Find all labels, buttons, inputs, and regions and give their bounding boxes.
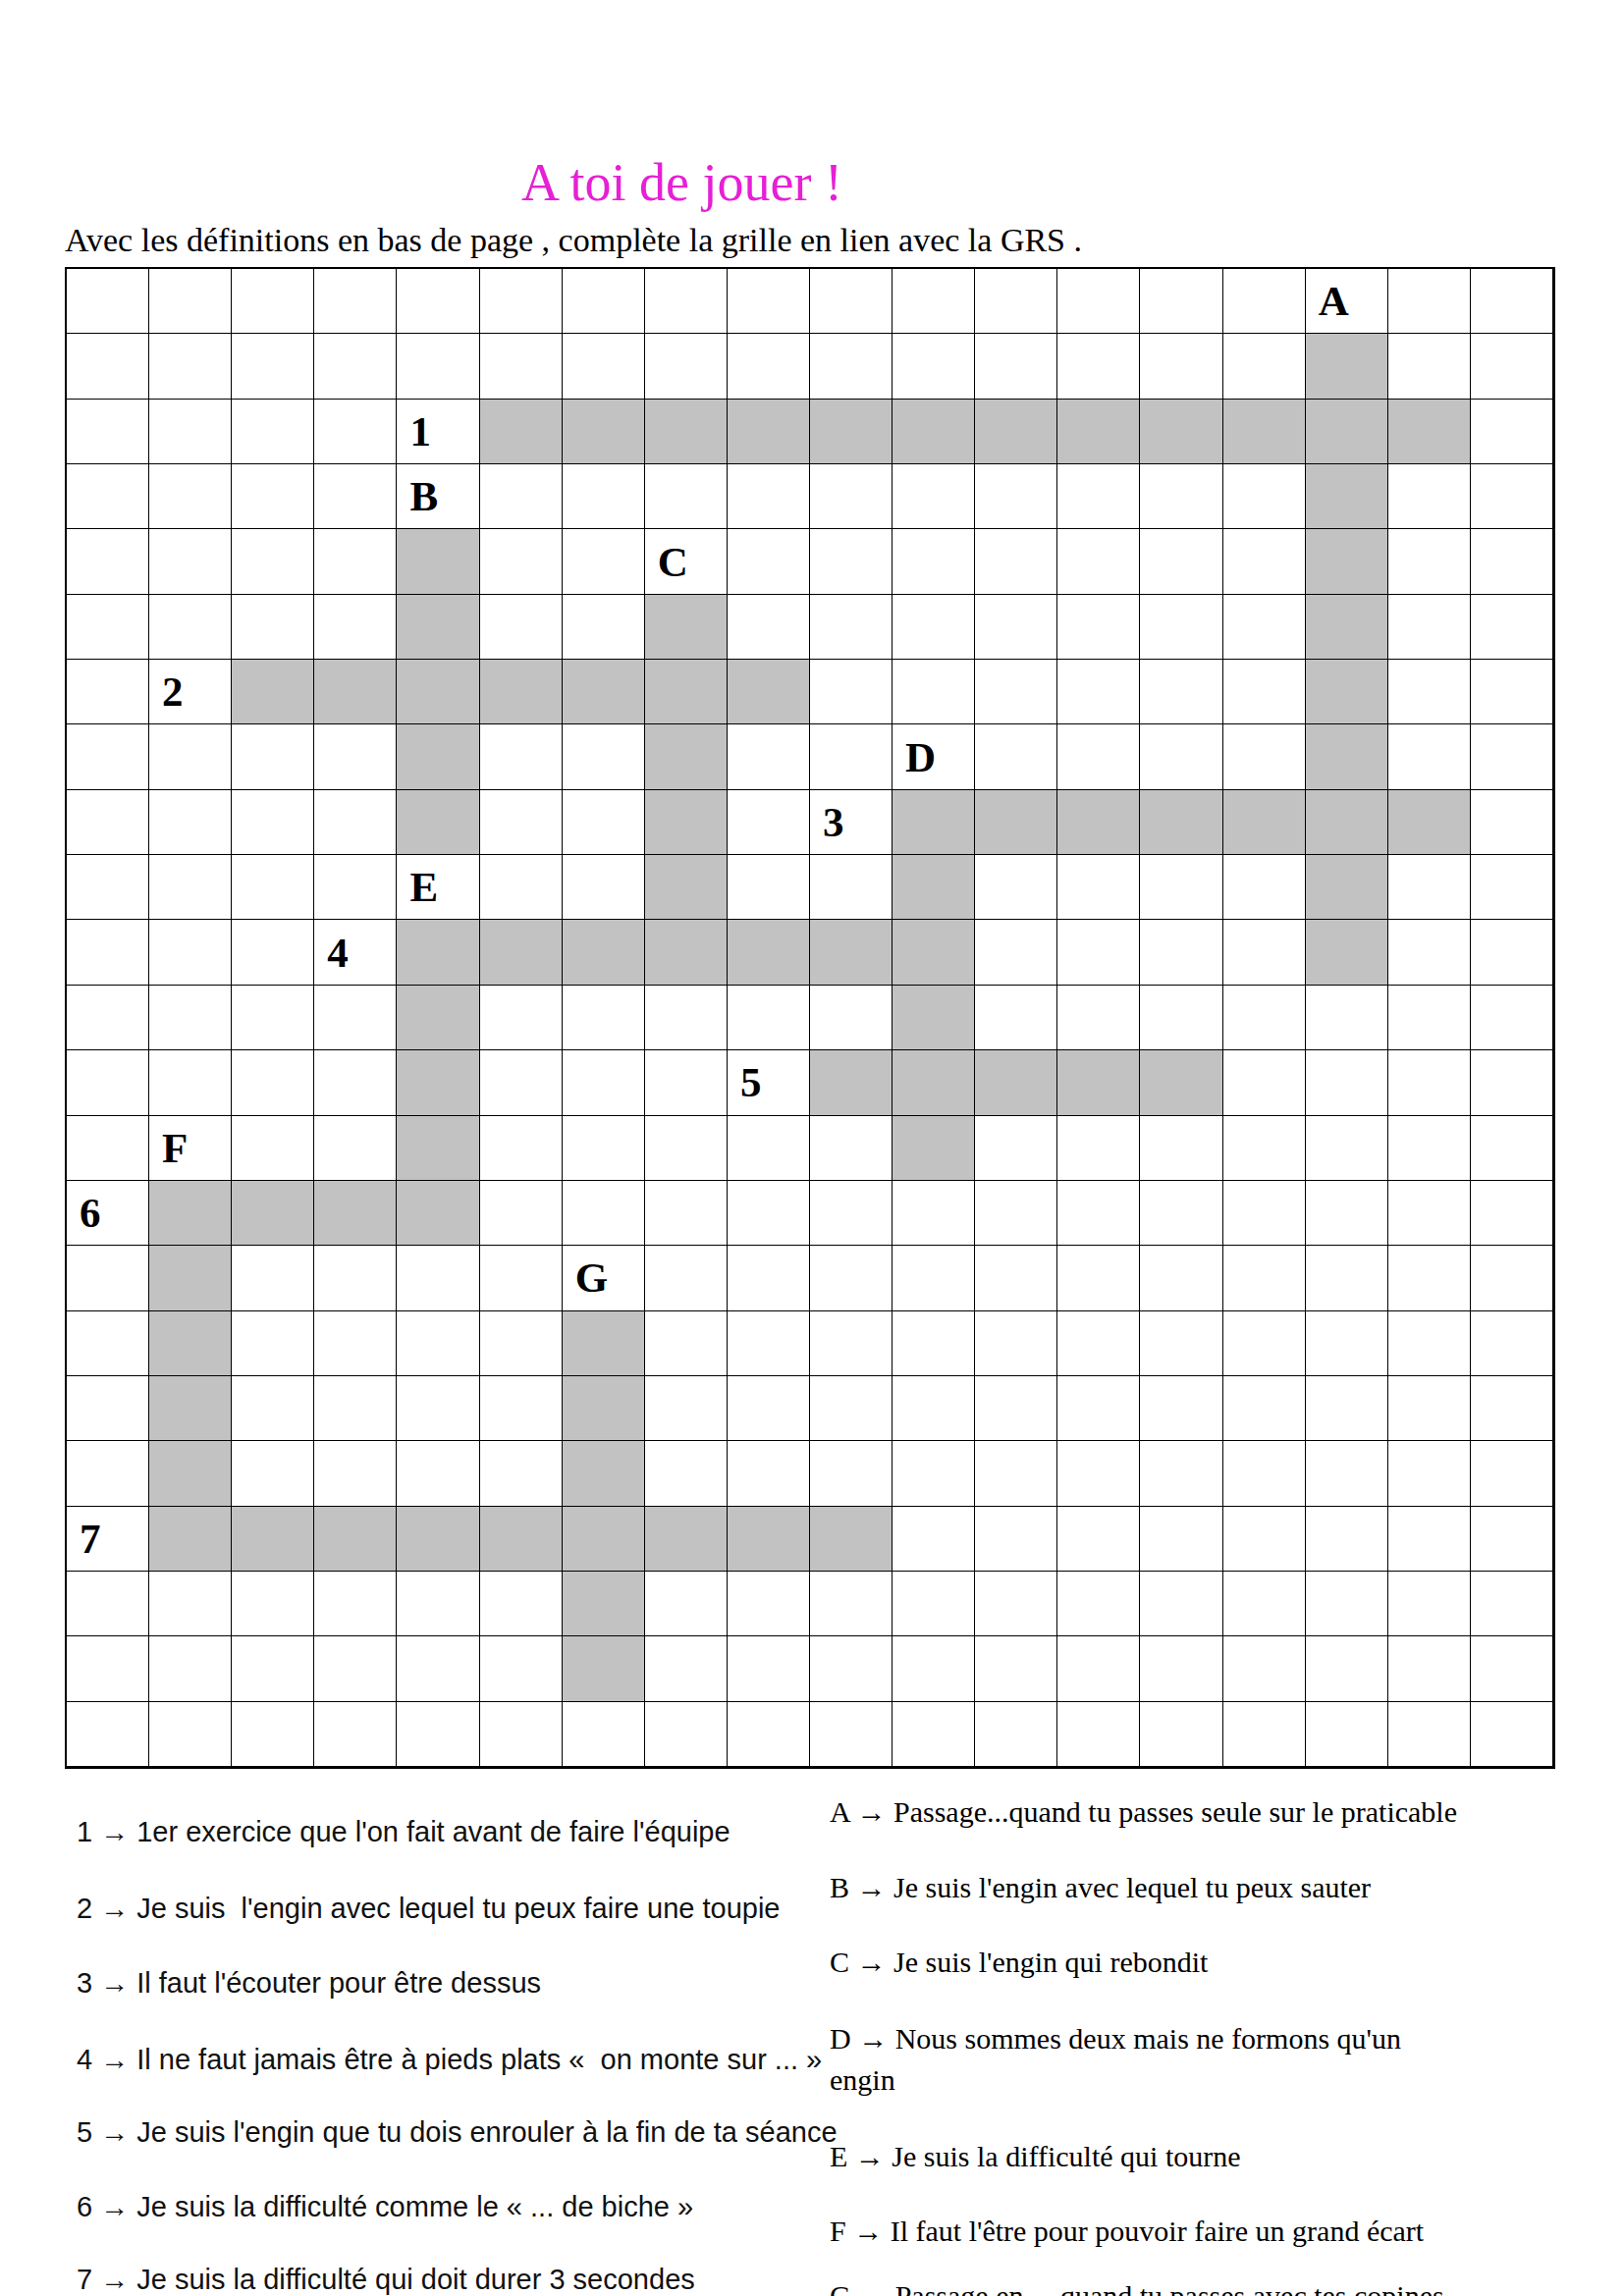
grid-cell-r19c12: [1057, 1507, 1140, 1572]
answer-cell-r14c1[interactable]: [149, 1181, 232, 1246]
grid-cell-r14c14: [1223, 1181, 1306, 1246]
answer-cell-r6c3[interactable]: [314, 660, 397, 724]
grid-cell-r11c9: [810, 986, 893, 1050]
clue-label-cell-D: D: [893, 724, 975, 789]
grid-cell-r3c7: [645, 464, 728, 529]
grid-cell-r1c13: [1140, 334, 1222, 399]
grid-cell-r9c5: [480, 855, 563, 920]
clue-label-cell-C: C: [645, 529, 728, 594]
answer-cell-r8c12[interactable]: [1057, 790, 1140, 855]
answer-cell-r2c16[interactable]: [1388, 400, 1471, 464]
grid-cell-r20c9: [810, 1572, 893, 1636]
page-title: A toi de jouer !: [521, 152, 842, 213]
grid-cell-r1c7: [645, 334, 728, 399]
grid-cell-r13c7: [645, 1116, 728, 1181]
grid-cell-r15c10: [893, 1246, 975, 1310]
grid-cell-r16c12: [1057, 1311, 1140, 1376]
answer-cell-r2c15[interactable]: [1306, 400, 1388, 464]
grid-cell-r15c4: [397, 1246, 479, 1310]
grid-cell-r22c9: [810, 1702, 893, 1767]
answer-cell-r12c13[interactable]: [1140, 1050, 1222, 1115]
down-clue-A: A → Passage...quand tu passes seule sur …: [830, 1791, 1457, 1833]
grid-cell-r3c8: [728, 464, 810, 529]
grid-cell-r16c11: [975, 1311, 1057, 1376]
grid-cell-r21c17: [1471, 1636, 1553, 1701]
grid-cell-r9c0: [67, 855, 149, 920]
clue-label-G: G: [563, 1256, 608, 1299]
grid-cell-r16c16: [1388, 1311, 1471, 1376]
grid-cell-r5c3: [314, 595, 397, 660]
grid-cell-r4c10: [893, 529, 975, 594]
grid-cell-r17c0: [67, 1376, 149, 1441]
grid-cell-r17c5: [480, 1376, 563, 1441]
answer-cell-r2c10[interactable]: [893, 400, 975, 464]
grid-cell-r18c0: [67, 1441, 149, 1506]
grid-cell-r13c9: [810, 1116, 893, 1181]
grid-cell-r0c13: [1140, 269, 1222, 334]
grid-cell-r10c11: [975, 920, 1057, 985]
grid-cell-r18c4: [397, 1441, 479, 1506]
answer-cell-r8c4[interactable]: [397, 790, 479, 855]
grid-cell-r9c2: [232, 855, 314, 920]
answer-cell-r7c7[interactable]: [645, 724, 728, 789]
grid-cell-r10c16: [1388, 920, 1471, 985]
answer-cell-r2c11[interactable]: [975, 400, 1057, 464]
answer-cell-r6c6[interactable]: [563, 660, 645, 724]
answer-cell-r8c15[interactable]: [1306, 790, 1388, 855]
grid-cell-r11c12: [1057, 986, 1140, 1050]
answer-cell-r6c5[interactable]: [480, 660, 563, 724]
instructions: Avec les définitions en bas de page , co…: [65, 222, 1082, 259]
grid-cell-r19c17: [1471, 1507, 1553, 1572]
grid-cell-r13c5: [480, 1116, 563, 1181]
grid-cell-r9c13: [1140, 855, 1222, 920]
answer-cell-r10c10[interactable]: [893, 920, 975, 985]
clue-label-1: 1: [397, 410, 431, 453]
grid-cell-r12c6: [563, 1050, 645, 1115]
grid-cell-r22c17: [1471, 1702, 1553, 1767]
grid-cell-r0c8: [728, 269, 810, 334]
answer-cell-r18c6[interactable]: [563, 1441, 645, 1506]
answer-cell-r2c13[interactable]: [1140, 400, 1222, 464]
grid-cell-r0c10: [893, 269, 975, 334]
answer-cell-r10c5[interactable]: [480, 920, 563, 985]
grid-cell-r8c2: [232, 790, 314, 855]
answer-cell-r2c14[interactable]: [1223, 400, 1306, 464]
answer-cell-r13c10[interactable]: [893, 1116, 975, 1181]
grid-cell-r0c11: [975, 269, 1057, 334]
grid-cell-r21c5: [480, 1636, 563, 1701]
answer-cell-r14c3[interactable]: [314, 1181, 397, 1246]
grid-cell-r0c7: [645, 269, 728, 334]
answer-cell-r11c10[interactable]: [893, 986, 975, 1050]
grid-cell-r3c14: [1223, 464, 1306, 529]
grid-cell-r5c10: [893, 595, 975, 660]
grid-cell-r12c16: [1388, 1050, 1471, 1115]
grid-cell-r6c17: [1471, 660, 1553, 724]
answer-cell-r14c2[interactable]: [232, 1181, 314, 1246]
grid-cell-r5c16: [1388, 595, 1471, 660]
across-clue-6: 6 → Je suis la difficulté comme le « ...…: [77, 2191, 693, 2223]
grid-cell-r10c12: [1057, 920, 1140, 985]
clue-label-5: 5: [728, 1061, 762, 1103]
across-clue-4: 4 → Il ne faut jamais être à pieds plats…: [77, 2044, 822, 2076]
grid-cell-r10c17: [1471, 920, 1553, 985]
grid-cell-r17c7: [645, 1376, 728, 1441]
answer-cell-r9c10[interactable]: [893, 855, 975, 920]
grid-cell-r7c16: [1388, 724, 1471, 789]
grid-cell-r6c16: [1388, 660, 1471, 724]
answer-cell-r2c8[interactable]: [728, 400, 810, 464]
answer-cell-r10c8[interactable]: [728, 920, 810, 985]
grid-cell-r4c5: [480, 529, 563, 594]
grid-cell-r8c0: [67, 790, 149, 855]
grid-cell-r0c12: [1057, 269, 1140, 334]
grid-cell-r15c15: [1306, 1246, 1388, 1310]
clue-label-B: B: [397, 475, 438, 517]
grid-cell-r2c1: [149, 400, 232, 464]
grid-cell-r16c13: [1140, 1311, 1222, 1376]
grid-cell-r1c4: [397, 334, 479, 399]
answer-cell-r2c6[interactable]: [563, 400, 645, 464]
grid-cell-r13c0: [67, 1116, 149, 1181]
grid-cell-r13c2: [232, 1116, 314, 1181]
answer-cell-r19c8[interactable]: [728, 1507, 810, 1572]
grid-cell-r3c3: [314, 464, 397, 529]
grid-cell-r1c8: [728, 334, 810, 399]
down-clue-G: G → Passage en.... quand tu passes avec …: [830, 2275, 1444, 2296]
grid-cell-r6c10: [893, 660, 975, 724]
grid-cell-r22c8: [728, 1702, 810, 1767]
answer-cell-r19c7[interactable]: [645, 1507, 728, 1572]
grid-cell-r15c5: [480, 1246, 563, 1310]
answer-cell-r12c10[interactable]: [893, 1050, 975, 1115]
clue-label-cell-G: G: [563, 1246, 645, 1310]
grid-cell-r18c15: [1306, 1441, 1388, 1506]
answer-cell-r5c4[interactable]: [397, 595, 479, 660]
grid-cell-r6c13: [1140, 660, 1222, 724]
answer-cell-r19c6[interactable]: [563, 1507, 645, 1572]
clue-label-7: 7: [67, 1518, 101, 1560]
grid-cell-r22c14: [1223, 1702, 1306, 1767]
grid-cell-r17c12: [1057, 1376, 1140, 1441]
grid-cell-r11c16: [1388, 986, 1471, 1050]
grid-cell-r8c1: [149, 790, 232, 855]
answer-cell-r11c4[interactable]: [397, 986, 479, 1050]
grid-cell-r11c3: [314, 986, 397, 1050]
answer-cell-r10c4[interactable]: [397, 920, 479, 985]
answer-cell-r12c4[interactable]: [397, 1050, 479, 1115]
answer-cell-r13c4[interactable]: [397, 1116, 479, 1181]
grid-cell-r4c1: [149, 529, 232, 594]
answer-cell-r10c9[interactable]: [810, 920, 893, 985]
answer-cell-r5c15[interactable]: [1306, 595, 1388, 660]
answer-cell-r18c1[interactable]: [149, 1441, 232, 1506]
answer-cell-r1c15[interactable]: [1306, 334, 1388, 399]
answer-cell-r3c15[interactable]: [1306, 464, 1388, 529]
grid-cell-r15c17: [1471, 1246, 1553, 1310]
answer-cell-r19c1[interactable]: [149, 1507, 232, 1572]
clue-label-cell-3: 3: [810, 790, 893, 855]
answer-cell-r19c3[interactable]: [314, 1507, 397, 1572]
answer-cell-r17c1[interactable]: [149, 1376, 232, 1441]
grid-cell-r14c12: [1057, 1181, 1140, 1246]
grid-cell-r21c2: [232, 1636, 314, 1701]
grid-cell-r21c10: [893, 1636, 975, 1701]
grid-cell-r3c16: [1388, 464, 1471, 529]
grid-cell-r19c16: [1388, 1507, 1471, 1572]
grid-cell-r5c12: [1057, 595, 1140, 660]
answer-cell-r8c16[interactable]: [1388, 790, 1471, 855]
grid-cell-r15c12: [1057, 1246, 1140, 1310]
answer-cell-r2c12[interactable]: [1057, 400, 1140, 464]
grid-cell-r3c9: [810, 464, 893, 529]
answer-cell-r8c7[interactable]: [645, 790, 728, 855]
answer-cell-r12c11[interactable]: [975, 1050, 1057, 1115]
grid-cell-r9c17: [1471, 855, 1553, 920]
clue-label-D: D: [893, 736, 936, 778]
grid-cell-r4c9: [810, 529, 893, 594]
grid-cell-r6c9: [810, 660, 893, 724]
answer-cell-r6c15[interactable]: [1306, 660, 1388, 724]
grid-cell-r5c13: [1140, 595, 1222, 660]
grid-cell-r22c6: [563, 1702, 645, 1767]
grid-cell-r17c13: [1140, 1376, 1222, 1441]
grid-cell-r11c0: [67, 986, 149, 1050]
grid-cell-r22c12: [1057, 1702, 1140, 1767]
grid-cell-r22c0: [67, 1702, 149, 1767]
grid-cell-r9c14: [1223, 855, 1306, 920]
answer-cell-r7c15[interactable]: [1306, 724, 1388, 789]
grid-cell-r14c8: [728, 1181, 810, 1246]
grid-cell-r21c14: [1223, 1636, 1306, 1701]
grid-cell-r22c10: [893, 1702, 975, 1767]
answer-cell-r12c12[interactable]: [1057, 1050, 1140, 1115]
grid-cell-r21c13: [1140, 1636, 1222, 1701]
grid-cell-r15c2: [232, 1246, 314, 1310]
answer-cell-r6c2[interactable]: [232, 660, 314, 724]
grid-cell-r21c8: [728, 1636, 810, 1701]
grid-cell-r12c2: [232, 1050, 314, 1115]
grid-cell-r20c14: [1223, 1572, 1306, 1636]
grid-cell-r11c8: [728, 986, 810, 1050]
down-clue-C: C → Je suis l'engin qui rebondit: [830, 1942, 1208, 1983]
answer-cell-r6c4[interactable]: [397, 660, 479, 724]
grid-cell-r0c5: [480, 269, 563, 334]
clue-label-cell-4: 4: [314, 920, 397, 985]
answer-cell-r5c7[interactable]: [645, 595, 728, 660]
grid-cell-r21c9: [810, 1636, 893, 1701]
grid-cell-r21c11: [975, 1636, 1057, 1701]
clue-label-E: E: [397, 866, 438, 908]
answer-cell-r16c1[interactable]: [149, 1311, 232, 1376]
grid-cell-r18c10: [893, 1441, 975, 1506]
grid-cell-r5c17: [1471, 595, 1553, 660]
grid-cell-r5c11: [975, 595, 1057, 660]
answer-cell-r9c15[interactable]: [1306, 855, 1388, 920]
grid-cell-r3c5: [480, 464, 563, 529]
grid-cell-r22c2: [232, 1702, 314, 1767]
grid-cell-r18c11: [975, 1441, 1057, 1506]
answer-cell-r8c13[interactable]: [1140, 790, 1222, 855]
answer-cell-r8c10[interactable]: [893, 790, 975, 855]
answer-cell-r10c6[interactable]: [563, 920, 645, 985]
grid-cell-r15c0: [67, 1246, 149, 1310]
grid-cell-r17c10: [893, 1376, 975, 1441]
down-clue-F: F → Il faut l'être pour pouvoir faire un…: [830, 2211, 1424, 2252]
grid-cell-r11c11: [975, 986, 1057, 1050]
grid-cell-r20c12: [1057, 1572, 1140, 1636]
grid-cell-r9c1: [149, 855, 232, 920]
grid-cell-r8c6: [563, 790, 645, 855]
answer-cell-r9c7[interactable]: [645, 855, 728, 920]
grid-cell-r20c11: [975, 1572, 1057, 1636]
answer-cell-r19c5[interactable]: [480, 1507, 563, 1572]
grid-cell-r20c17: [1471, 1572, 1553, 1636]
grid-cell-r0c2: [232, 269, 314, 334]
grid-cell-r6c0: [67, 660, 149, 724]
answer-cell-r10c15[interactable]: [1306, 920, 1388, 985]
grid-cell-r3c0: [67, 464, 149, 529]
grid-cell-r6c12: [1057, 660, 1140, 724]
answer-cell-r19c9[interactable]: [810, 1507, 893, 1572]
answer-cell-r6c7[interactable]: [645, 660, 728, 724]
grid-cell-r18c13: [1140, 1441, 1222, 1506]
grid-cell-r7c8: [728, 724, 810, 789]
grid-cell-r12c1: [149, 1050, 232, 1115]
answer-cell-r19c4[interactable]: [397, 1507, 479, 1572]
grid-cell-r15c9: [810, 1246, 893, 1310]
clue-label-cell-6: 6: [67, 1181, 149, 1246]
answer-cell-r4c15[interactable]: [1306, 529, 1388, 594]
grid-cell-r7c2: [232, 724, 314, 789]
grid-cell-r8c5: [480, 790, 563, 855]
answer-cell-r2c5[interactable]: [480, 400, 563, 464]
grid-cell-r16c0: [67, 1311, 149, 1376]
answer-cell-r8c11[interactable]: [975, 790, 1057, 855]
grid-cell-r20c15: [1306, 1572, 1388, 1636]
grid-cell-r14c7: [645, 1181, 728, 1246]
grid-cell-r0c14: [1223, 269, 1306, 334]
grid-cell-r9c16: [1388, 855, 1471, 920]
grid-cell-r4c8: [728, 529, 810, 594]
grid-cell-r20c7: [645, 1572, 728, 1636]
grid-cell-r13c15: [1306, 1116, 1388, 1181]
grid-cell-r5c9: [810, 595, 893, 660]
grid-cell-r9c11: [975, 855, 1057, 920]
grid-cell-r8c8: [728, 790, 810, 855]
answer-cell-r6c8[interactable]: [728, 660, 810, 724]
grid-cell-r1c17: [1471, 334, 1553, 399]
grid-cell-r21c4: [397, 1636, 479, 1701]
answer-cell-r14c4[interactable]: [397, 1181, 479, 1246]
grid-cell-r16c5: [480, 1311, 563, 1376]
grid-cell-r14c15: [1306, 1181, 1388, 1246]
clue-label-A: A: [1306, 280, 1349, 322]
grid-cell-r4c16: [1388, 529, 1471, 594]
grid-cell-r0c4: [397, 269, 479, 334]
grid-cell-r1c2: [232, 334, 314, 399]
clue-label-3: 3: [810, 801, 844, 843]
answer-cell-r2c7[interactable]: [645, 400, 728, 464]
grid-cell-r10c1: [149, 920, 232, 985]
clue-label-cell-1: 1: [397, 400, 479, 464]
grid-cell-r8c17: [1471, 790, 1553, 855]
answer-cell-r2c9[interactable]: [810, 400, 893, 464]
grid-cell-r17c2: [232, 1376, 314, 1441]
grid-cell-r17c4: [397, 1376, 479, 1441]
grid-cell-r11c6: [563, 986, 645, 1050]
grid-cell-r17c11: [975, 1376, 1057, 1441]
grid-cell-r20c3: [314, 1572, 397, 1636]
grid-cell-r17c8: [728, 1376, 810, 1441]
grid-cell-r3c11: [975, 464, 1057, 529]
answer-cell-r15c1[interactable]: [149, 1246, 232, 1310]
grid-cell-r9c6: [563, 855, 645, 920]
grid-cell-r4c3: [314, 529, 397, 594]
grid-cell-r0c0: [67, 269, 149, 334]
answer-cell-r16c6[interactable]: [563, 1311, 645, 1376]
grid-cell-r4c12: [1057, 529, 1140, 594]
grid-cell-r10c13: [1140, 920, 1222, 985]
grid-cell-r1c10: [893, 334, 975, 399]
grid-cell-r4c14: [1223, 529, 1306, 594]
grid-cell-r4c17: [1471, 529, 1553, 594]
grid-cell-r20c1: [149, 1572, 232, 1636]
grid-cell-r16c3: [314, 1311, 397, 1376]
grid-cell-r22c7: [645, 1702, 728, 1767]
grid-cell-r16c15: [1306, 1311, 1388, 1376]
grid-cell-r1c9: [810, 334, 893, 399]
grid-cell-r14c10: [893, 1181, 975, 1246]
grid-cell-r11c15: [1306, 986, 1388, 1050]
answer-cell-r8c14[interactable]: [1223, 790, 1306, 855]
answer-cell-r17c6[interactable]: [563, 1376, 645, 1441]
clue-label-F: F: [149, 1127, 188, 1169]
grid-cell-r3c17: [1471, 464, 1553, 529]
answer-cell-r4c4[interactable]: [397, 529, 479, 594]
answer-cell-r10c7[interactable]: [645, 920, 728, 985]
grid-cell-r18c14: [1223, 1441, 1306, 1506]
grid-cell-r7c6: [563, 724, 645, 789]
grid-cell-r1c6: [563, 334, 645, 399]
grid-cell-r20c13: [1140, 1572, 1222, 1636]
answer-cell-r20c6[interactable]: [563, 1572, 645, 1636]
grid-cell-r20c5: [480, 1572, 563, 1636]
grid-cell-r7c11: [975, 724, 1057, 789]
grid-cell-r22c11: [975, 1702, 1057, 1767]
answer-cell-r21c6[interactable]: [563, 1636, 645, 1701]
grid-cell-r5c8: [728, 595, 810, 660]
grid-cell-r1c16: [1388, 334, 1471, 399]
clue-label-cell-2: 2: [149, 660, 232, 724]
answer-cell-r12c9[interactable]: [810, 1050, 893, 1115]
grid-cell-r3c10: [893, 464, 975, 529]
answer-cell-r19c2[interactable]: [232, 1507, 314, 1572]
across-clue-5: 5 → Je suis l'engin que tu dois enrouler…: [77, 2116, 838, 2149]
grid-cell-r6c14: [1223, 660, 1306, 724]
clue-label-4: 4: [314, 932, 349, 974]
grid-cell-r12c3: [314, 1050, 397, 1115]
grid-cell-r14c6: [563, 1181, 645, 1246]
grid-cell-r13c12: [1057, 1116, 1140, 1181]
grid-cell-r19c11: [975, 1507, 1057, 1572]
grid-cell-r22c5: [480, 1702, 563, 1767]
grid-cell-r21c7: [645, 1636, 728, 1701]
answer-cell-r7c4[interactable]: [397, 724, 479, 789]
across-clue-7: 7 → Je suis la difficulté qui doit durer…: [77, 2264, 695, 2296]
grid-cell-r14c17: [1471, 1181, 1553, 1246]
